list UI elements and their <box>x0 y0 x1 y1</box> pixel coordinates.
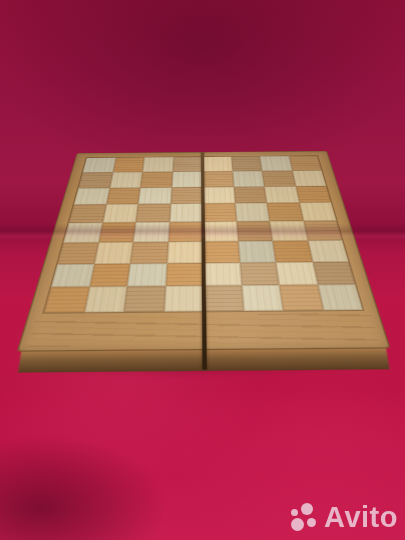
board-square <box>98 222 135 242</box>
board-square <box>57 242 98 264</box>
board-square <box>203 286 243 312</box>
board-square <box>279 285 323 311</box>
board-square <box>202 262 240 286</box>
board-square <box>302 221 341 241</box>
board-square <box>295 186 331 203</box>
board-square <box>170 187 202 204</box>
board-square <box>291 170 325 186</box>
board-square <box>231 171 263 187</box>
board-square <box>165 263 203 287</box>
avito-label: Avito <box>324 503 398 532</box>
board-square <box>50 264 93 288</box>
board-square <box>140 172 172 188</box>
avito-watermark: Avito <box>290 503 398 532</box>
board-square <box>261 171 294 187</box>
board-square <box>78 172 112 188</box>
board-square <box>202 171 233 187</box>
board-square <box>233 186 267 203</box>
board-square <box>288 156 321 171</box>
board-square <box>89 263 130 287</box>
board-square <box>43 287 88 313</box>
board-square <box>202 221 237 241</box>
board-square <box>127 263 166 287</box>
board-square <box>135 204 170 222</box>
board-square <box>237 241 275 263</box>
board-square <box>202 187 234 204</box>
board-square <box>172 157 202 172</box>
board-square <box>142 157 173 172</box>
chessboard-scene <box>0 150 405 394</box>
board-square <box>317 285 363 311</box>
board-square <box>264 186 299 203</box>
avito-logo-icon <box>290 503 319 532</box>
board-square <box>138 187 171 204</box>
board-square <box>241 285 283 311</box>
board-square <box>259 156 291 171</box>
chessboard-photo: Avito <box>0 0 405 540</box>
board-square <box>234 203 269 221</box>
board-square <box>312 261 355 285</box>
board-square <box>202 241 239 263</box>
board-square <box>298 202 335 220</box>
board-square <box>166 241 202 263</box>
board-square <box>68 204 105 222</box>
board-square <box>163 286 203 312</box>
board-square <box>272 240 312 262</box>
board-square <box>83 287 126 313</box>
board-square <box>112 157 144 172</box>
board-square <box>269 221 307 241</box>
board-square <box>133 222 169 242</box>
board-square <box>307 240 348 262</box>
board-square <box>73 188 109 205</box>
board-square <box>123 286 164 312</box>
board-square <box>109 172 142 188</box>
board-square <box>230 156 261 171</box>
board-square <box>202 203 236 221</box>
board-square <box>169 204 202 222</box>
board-square <box>93 242 132 264</box>
board-square <box>266 203 302 221</box>
board-square <box>236 221 272 241</box>
board-square <box>105 187 139 204</box>
chess-board <box>10 151 396 371</box>
board-square <box>239 262 279 286</box>
board-square <box>201 157 231 172</box>
board-square <box>82 158 115 173</box>
board-square <box>130 242 168 264</box>
board-square <box>63 223 102 243</box>
board-square <box>275 262 317 286</box>
board-square <box>167 222 202 242</box>
board-square <box>171 171 202 187</box>
board-square <box>102 204 138 222</box>
